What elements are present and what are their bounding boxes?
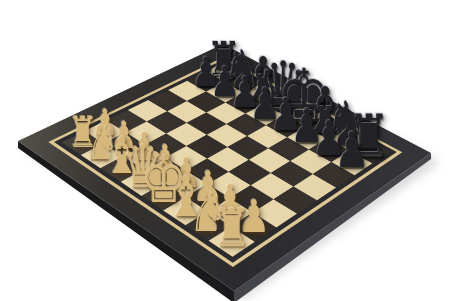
piece-white-pawn: ♟ bbox=[127, 128, 162, 167]
piece-black-pawn: ♟ bbox=[265, 92, 306, 137]
piece-black-pawn: ♟ bbox=[206, 61, 243, 103]
piece-black-bishop: ♝ bbox=[296, 79, 354, 143]
black-pawn-glyph: ♟ bbox=[334, 126, 369, 175]
piece-black-pawn: ♟ bbox=[330, 126, 374, 175]
black-knight-glyph: ♞ bbox=[325, 93, 369, 154]
black-pawn-glyph: ♟ bbox=[210, 61, 240, 103]
white-pawn-glyph: ♟ bbox=[111, 116, 138, 153]
white-queen-glyph: ♛ bbox=[121, 138, 163, 197]
piece-white-pawn: ♟ bbox=[108, 116, 142, 153]
black-rook-glyph: ♜ bbox=[207, 35, 242, 84]
white-pawn-glyph: ♟ bbox=[92, 105, 118, 141]
piece-black-pawn: ♟ bbox=[308, 114, 351, 162]
piece-white-pawn: ♟ bbox=[147, 141, 183, 181]
black-rook-glyph: ♜ bbox=[348, 106, 391, 166]
black-knight-glyph: ♞ bbox=[224, 43, 262, 96]
piece-white-knight: ♞ bbox=[81, 121, 122, 167]
piece-white-rook: ♜ bbox=[208, 202, 255, 255]
white-knight-glyph: ♞ bbox=[86, 121, 119, 167]
piece-black-rook: ♜ bbox=[343, 106, 397, 166]
piece-black-king: ♚ bbox=[270, 60, 337, 134]
black-pawn-glyph: ♟ bbox=[290, 103, 323, 150]
white-bishop-glyph: ♝ bbox=[166, 169, 206, 225]
black-pawn-glyph: ♟ bbox=[249, 81, 281, 125]
piece-black-knight: ♞ bbox=[319, 93, 374, 154]
white-bishop-glyph: ♝ bbox=[104, 131, 141, 182]
white-rook-glyph: ♜ bbox=[213, 202, 251, 255]
piece-white-bishop: ♝ bbox=[161, 169, 211, 225]
piece-black-rook: ♜ bbox=[202, 35, 246, 84]
piece-black-pawn: ♟ bbox=[188, 51, 224, 92]
white-pawn-glyph: ♟ bbox=[151, 141, 179, 181]
piece-white-queen: ♛ bbox=[116, 138, 169, 197]
black-queen-glyph: ♛ bbox=[259, 53, 308, 121]
piece-black-queen: ♛ bbox=[253, 53, 314, 121]
black-pawn-glyph: ♟ bbox=[229, 71, 260, 114]
piece-black-pawn: ♟ bbox=[286, 103, 328, 150]
black-king-glyph: ♚ bbox=[277, 60, 330, 134]
white-king-glyph: ♚ bbox=[141, 148, 187, 213]
white-pawn-glyph: ♟ bbox=[238, 193, 270, 238]
piece-white-bishop: ♝ bbox=[99, 131, 145, 182]
piece-black-bishop: ♝ bbox=[236, 49, 289, 108]
piece-white-rook: ♜ bbox=[64, 111, 102, 153]
piece-white-pawn: ♟ bbox=[189, 166, 227, 208]
piece-white-pawn: ♟ bbox=[89, 105, 122, 141]
piece-black-pawn: ♟ bbox=[245, 81, 284, 125]
white-pawn-glyph: ♟ bbox=[171, 153, 200, 194]
white-pawn-glyph: ♟ bbox=[193, 166, 223, 208]
piece-black-pawn: ♟ bbox=[226, 71, 264, 114]
black-pawn-glyph: ♟ bbox=[191, 51, 220, 92]
piece-white-knight: ♞ bbox=[184, 186, 232, 240]
piece-white-pawn: ♟ bbox=[234, 193, 274, 238]
pieces-layer: ♜♟♞♟♝♟♛♟♚♟♟♝♟♜♟♞♟♜♟♞♟♟♝♟♛♟♚♟♝♟♞♜ bbox=[0, 0, 450, 301]
black-bishop-glyph: ♝ bbox=[242, 49, 284, 108]
white-pawn-glyph: ♟ bbox=[215, 180, 246, 224]
white-rook-glyph: ♜ bbox=[68, 111, 98, 153]
chess-set-photo: ♜♟♞♟♝♟♛♟♚♟♟♝♟♜♟♞♟♜♟♞♟♟♝♟♛♟♚♟♝♟♞♜ bbox=[0, 0, 450, 301]
piece-white-pawn: ♟ bbox=[168, 153, 205, 194]
black-bishop-glyph: ♝ bbox=[302, 79, 348, 143]
black-pawn-glyph: ♟ bbox=[270, 92, 302, 137]
piece-white-pawn: ♟ bbox=[211, 180, 250, 224]
black-pawn-glyph: ♟ bbox=[312, 114, 346, 162]
piece-white-king: ♚ bbox=[135, 148, 193, 213]
white-knight-glyph: ♞ bbox=[189, 186, 228, 240]
piece-black-knight: ♞ bbox=[219, 43, 267, 96]
white-pawn-glyph: ♟ bbox=[131, 128, 159, 167]
